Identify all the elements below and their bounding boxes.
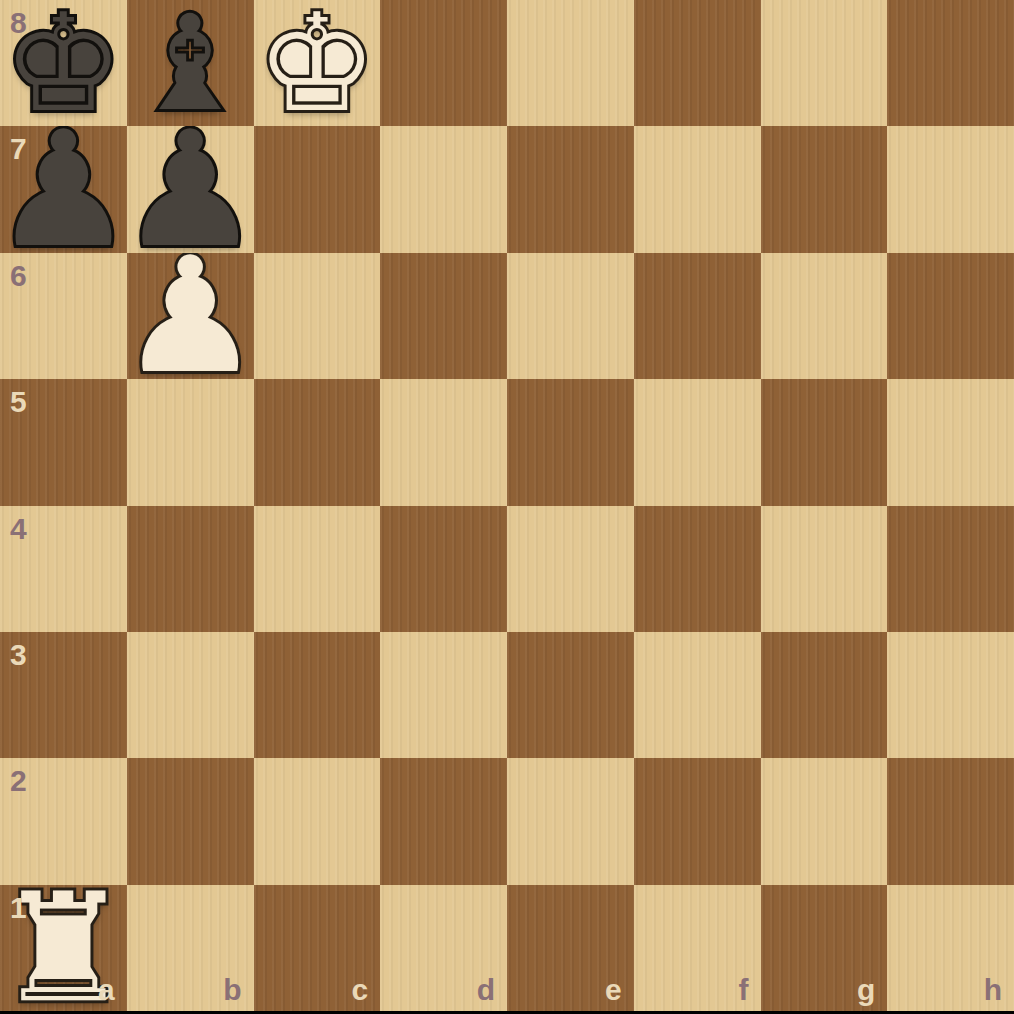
square-h4[interactable] [887,506,1014,632]
piece-black-bishop-b8[interactable]: ♝♝ [127,0,254,126]
square-a3[interactable]: 3 [0,632,127,758]
square-b6[interactable]: ♟♟ [127,253,254,379]
square-e7[interactable] [507,126,634,252]
square-f5[interactable] [634,379,761,505]
file-label-g: g [857,975,875,1005]
file-label-c: c [352,975,369,1005]
piece-white-king-c8[interactable]: ♚♚ [254,0,381,126]
black-pawn-icon: ♟ [127,126,254,252]
square-f4[interactable] [634,506,761,632]
square-b2[interactable] [127,758,254,884]
square-b3[interactable] [127,632,254,758]
black-pawn-icon: ♟ [0,126,127,252]
square-g5[interactable] [761,379,888,505]
square-a2[interactable]: 2 [0,758,127,884]
rank-label-4: 4 [10,514,27,544]
square-e5[interactable] [507,379,634,505]
square-e6[interactable] [507,253,634,379]
square-c3[interactable] [254,632,381,758]
square-g3[interactable] [761,632,888,758]
square-c6[interactable] [254,253,381,379]
square-e3[interactable] [507,632,634,758]
square-b8[interactable]: ♝♝ [127,0,254,126]
white-pawn-icon: ♟ [127,253,254,379]
square-g4[interactable] [761,506,888,632]
square-e1[interactable]: e [507,885,634,1011]
square-g2[interactable] [761,758,888,884]
square-a8[interactable]: 8♚♚ [0,0,127,126]
square-b5[interactable] [127,379,254,505]
piece-white-rook-a1[interactable]: ♜♜ [0,885,127,1011]
square-e4[interactable] [507,506,634,632]
file-label-b: b [223,975,241,1005]
piece-black-pawn-b7[interactable]: ♟♟ [127,126,254,252]
square-g6[interactable] [761,253,888,379]
square-h3[interactable] [887,632,1014,758]
rank-label-6: 6 [10,261,27,291]
square-h6[interactable] [887,253,1014,379]
rank-label-5: 5 [10,387,27,417]
file-label-h: h [984,975,1002,1005]
square-a1[interactable]: 1a♜♜ [0,885,127,1011]
square-f1[interactable]: f [634,885,761,1011]
square-a5[interactable]: 5 [0,379,127,505]
square-h1[interactable]: h [887,885,1014,1011]
square-c4[interactable] [254,506,381,632]
square-b7[interactable]: ♟♟ [127,126,254,252]
piece-black-king-a8[interactable]: ♚♚ [0,0,127,126]
square-a6[interactable]: 6 [0,253,127,379]
square-d7[interactable] [380,126,507,252]
square-f2[interactable] [634,758,761,884]
square-d2[interactable] [380,758,507,884]
black-king-icon: ♚ [3,0,124,126]
square-d6[interactable] [380,253,507,379]
square-h5[interactable] [887,379,1014,505]
square-d8[interactable] [380,0,507,126]
square-h2[interactable] [887,758,1014,884]
square-c2[interactable] [254,758,381,884]
rank-label-2: 2 [10,766,27,796]
square-d4[interactable] [380,506,507,632]
square-g1[interactable]: g [761,885,888,1011]
square-g7[interactable] [761,126,888,252]
square-b1[interactable]: b [127,885,254,1011]
square-e8[interactable] [507,0,634,126]
square-d1[interactable]: d [380,885,507,1011]
square-d5[interactable] [380,379,507,505]
chess-board: 8♚♚♝♝♚♚7♟♟♟♟6♟♟54321a♜♜bcdefgh [0,0,1014,1011]
square-c1[interactable]: c [254,885,381,1011]
square-f8[interactable] [634,0,761,126]
black-bishop-icon: ♝ [131,0,249,126]
square-d3[interactable] [380,632,507,758]
file-label-d: d [477,975,495,1005]
piece-black-pawn-a7[interactable]: ♟♟ [0,126,127,252]
square-a4[interactable]: 4 [0,506,127,632]
rank-label-3: 3 [10,640,27,670]
square-c7[interactable] [254,126,381,252]
square-f6[interactable] [634,253,761,379]
square-f7[interactable] [634,126,761,252]
white-king-icon: ♚ [256,0,377,126]
square-a7[interactable]: 7♟♟ [0,126,127,252]
square-g8[interactable] [761,0,888,126]
square-c5[interactable] [254,379,381,505]
white-rook-icon: ♜ [0,885,127,1011]
file-label-e: e [605,975,622,1005]
square-h8[interactable] [887,0,1014,126]
square-h7[interactable] [887,126,1014,252]
file-label-f: f [739,975,749,1005]
piece-white-pawn-b6[interactable]: ♟♟ [127,253,254,379]
square-c8[interactable]: ♚♚ [254,0,381,126]
square-b4[interactable] [127,506,254,632]
square-f3[interactable] [634,632,761,758]
square-e2[interactable] [507,758,634,884]
